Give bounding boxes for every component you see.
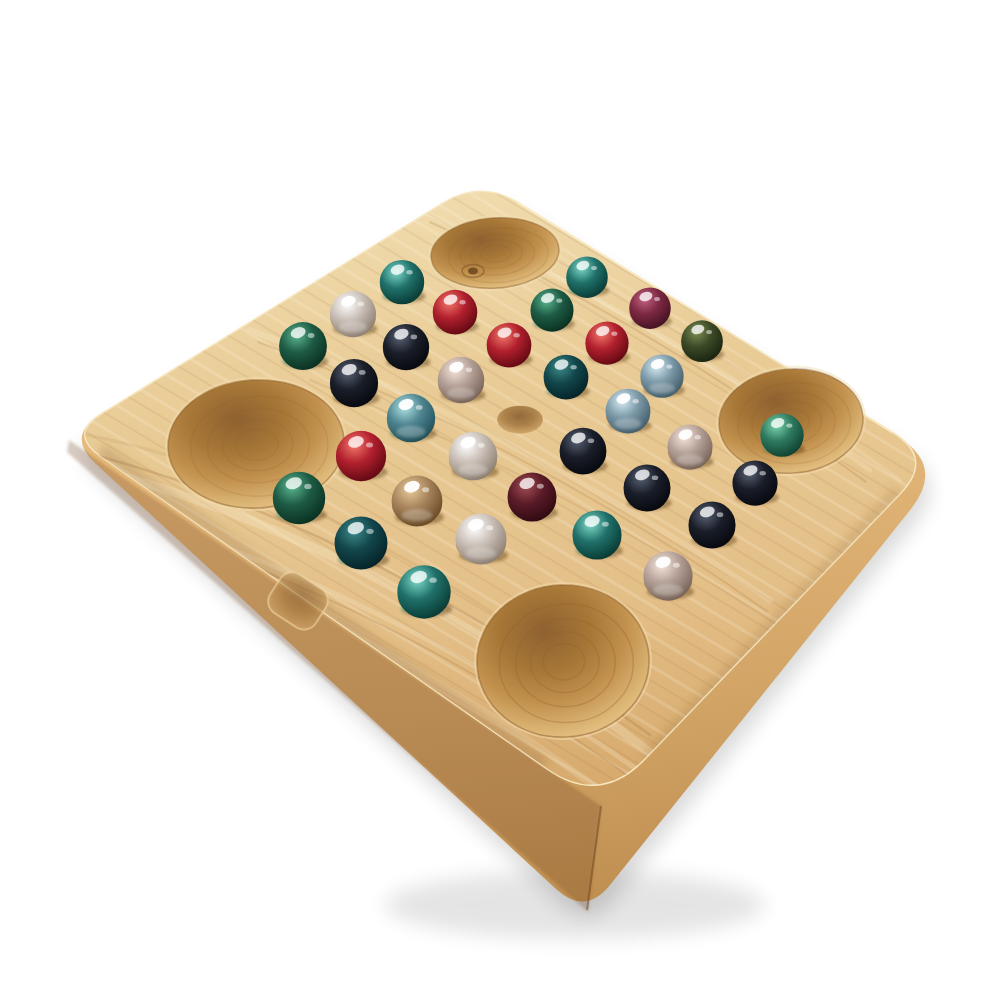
marble-black-r4c1[interactable]: [330, 359, 378, 407]
marble-dark-teal-r2c3[interactable]: [544, 355, 589, 400]
marble-oxblood-r4c4[interactable]: [508, 473, 557, 522]
photo-canvas: [0, 0, 1000, 1000]
marble-red-r1c3[interactable]: [585, 322, 628, 365]
marble-pearl-r4c3[interactable]: [449, 432, 498, 481]
marble-smoke-pearl-r4c6[interactable]: [643, 551, 692, 600]
marble-teal-r2c0[interactable]: [380, 260, 424, 304]
marble-dark-green-r1c2[interactable]: [530, 289, 573, 332]
marble-smoke-pearl-r2c5[interactable]: [667, 425, 712, 470]
marble-pearl-r3c0[interactable]: [330, 291, 376, 337]
marble-dark-teal-r6c3[interactable]: [335, 516, 388, 569]
marble-black-r3c1[interactable]: [383, 324, 429, 370]
marble-steel-teal-r4c2[interactable]: [387, 394, 435, 442]
marble-red-r2c2[interactable]: [487, 323, 532, 368]
solitaire-board: [0, 0, 1000, 1000]
marble-maroon-r0c3[interactable]: [629, 287, 671, 329]
marble-dark-green-r4c0[interactable]: [279, 322, 327, 370]
marble-jade-bowl-ne[interactable]: [760, 413, 803, 456]
marble-smoke-pearl-r3c2[interactable]: [438, 357, 485, 404]
marble-black-r2c6[interactable]: [732, 460, 777, 505]
hole-r3c3-empty[interactable]: [497, 406, 543, 434]
marble-black-r3c5[interactable]: [624, 465, 671, 512]
marble-steel-blue-r1c4[interactable]: [640, 354, 683, 397]
marble-teal-r0c2[interactable]: [566, 256, 608, 298]
marble-red-r5c2[interactable]: [336, 431, 386, 481]
marble-olive-r0c4[interactable]: [681, 320, 723, 362]
marble-teal-r6c4[interactable]: [397, 565, 450, 618]
marble-teal-r4c5[interactable]: [572, 510, 621, 559]
marble-black-r3c4[interactable]: [560, 428, 607, 475]
marble-pearl-r5c4[interactable]: [456, 513, 507, 564]
marble-amber-r5c3[interactable]: [392, 476, 443, 527]
marble-black-r3c6[interactable]: [688, 502, 735, 549]
marble-dark-green-r6c2[interactable]: [273, 472, 325, 524]
marble-red-r2c1[interactable]: [433, 290, 478, 335]
wood-knot: [468, 268, 478, 275]
marble-steel-blue-r2c4[interactable]: [606, 389, 651, 434]
